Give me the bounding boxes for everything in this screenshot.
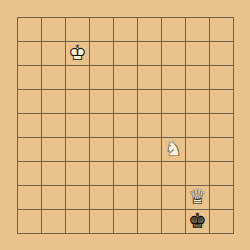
board-cell[interactable] (41, 113, 65, 137)
board-cell[interactable] (113, 209, 137, 233)
board-cell[interactable] (89, 65, 113, 89)
board-cell[interactable] (137, 161, 161, 185)
board-cell[interactable] (17, 113, 41, 137)
board-cell[interactable] (209, 137, 233, 161)
board-cell[interactable] (17, 89, 41, 113)
board-cell[interactable] (17, 17, 41, 41)
board-cell[interactable] (41, 65, 65, 89)
board-cell[interactable] (89, 209, 113, 233)
board-cell[interactable] (113, 41, 137, 65)
board-cell[interactable] (161, 65, 185, 89)
board-cell[interactable] (65, 65, 89, 89)
board-cell[interactable] (17, 209, 41, 233)
board-cell[interactable] (65, 137, 89, 161)
board-cell[interactable] (65, 185, 89, 209)
board-cell[interactable] (161, 209, 185, 233)
board-cell[interactable] (65, 161, 89, 185)
board-cell[interactable] (89, 17, 113, 41)
board-cell[interactable] (209, 65, 233, 89)
board-cell[interactable] (17, 185, 41, 209)
board-cell[interactable] (161, 161, 185, 185)
board-cell[interactable] (41, 185, 65, 209)
board-cell[interactable] (89, 137, 113, 161)
board-cell[interactable] (185, 41, 209, 65)
board-cell[interactable] (137, 113, 161, 137)
board-cell[interactable] (209, 113, 233, 137)
board-cell[interactable] (41, 161, 65, 185)
board-cell[interactable]: ♚♔ (185, 209, 209, 233)
board-cell[interactable] (137, 65, 161, 89)
white-queen[interactable]: ♛♕ (186, 186, 209, 209)
board-cell[interactable] (209, 17, 233, 41)
board-cell[interactable] (209, 185, 233, 209)
board-cell[interactable] (65, 113, 89, 137)
board-cell[interactable]: ♞♘ (161, 137, 185, 161)
board-cell[interactable] (185, 89, 209, 113)
board-cell[interactable] (113, 17, 137, 41)
black-king[interactable]: ♚♔ (186, 210, 209, 233)
board-cell[interactable] (161, 185, 185, 209)
board-cell[interactable] (185, 137, 209, 161)
board-cell[interactable] (185, 17, 209, 41)
board-cell[interactable] (137, 185, 161, 209)
board-cell[interactable]: ♚♔ (65, 41, 89, 65)
white-king[interactable]: ♚♔ (66, 42, 89, 65)
board-cell[interactable] (17, 65, 41, 89)
app-background: { "game": "chess (endgame position on a … (0, 0, 250, 250)
board-cell[interactable] (209, 161, 233, 185)
board-cell[interactable] (41, 209, 65, 233)
board-cell[interactable] (161, 113, 185, 137)
board-cell[interactable] (41, 89, 65, 113)
board-cell[interactable] (113, 113, 137, 137)
board-cell[interactable] (41, 17, 65, 41)
board-cell[interactable] (137, 209, 161, 233)
board-cell[interactable] (89, 113, 113, 137)
board-cell[interactable] (209, 89, 233, 113)
board-cell[interactable] (137, 17, 161, 41)
white-king-outline-glyph: ♔ (66, 42, 89, 65)
board-cell[interactable] (209, 41, 233, 65)
black-king-outline-glyph: ♔ (186, 210, 209, 233)
board-cell[interactable] (113, 65, 137, 89)
board-cell[interactable] (185, 65, 209, 89)
board-cell[interactable] (17, 137, 41, 161)
board-cell[interactable] (89, 41, 113, 65)
board-cell[interactable] (65, 209, 89, 233)
board-cell[interactable] (41, 41, 65, 65)
board-cell[interactable] (209, 209, 233, 233)
board-cell[interactable] (113, 137, 137, 161)
board-cell[interactable] (89, 185, 113, 209)
board-cell[interactable] (137, 41, 161, 65)
board-cell[interactable] (41, 137, 65, 161)
white-knight[interactable]: ♞♘ (162, 138, 185, 161)
board-cell[interactable] (113, 185, 137, 209)
board-cell[interactable] (185, 113, 209, 137)
board-cell[interactable] (161, 17, 185, 41)
board-cell[interactable]: ♛♕ (185, 185, 209, 209)
board-cell[interactable] (113, 161, 137, 185)
board-cell[interactable] (137, 137, 161, 161)
board-cell[interactable] (161, 41, 185, 65)
chess-board: ♚♔♞♘♛♕♚♔ (17, 17, 234, 234)
board-cell[interactable] (17, 161, 41, 185)
board-cell[interactable] (185, 161, 209, 185)
board-cell[interactable] (89, 89, 113, 113)
white-knight-outline-glyph: ♘ (162, 138, 185, 161)
white-queen-outline-glyph: ♕ (186, 186, 209, 209)
board-cell[interactable] (65, 17, 89, 41)
board-cell[interactable] (65, 89, 89, 113)
board-cell[interactable] (137, 89, 161, 113)
board-cell[interactable] (89, 161, 113, 185)
board-cell[interactable] (161, 89, 185, 113)
board-cell[interactable] (17, 41, 41, 65)
board-cell[interactable] (113, 89, 137, 113)
